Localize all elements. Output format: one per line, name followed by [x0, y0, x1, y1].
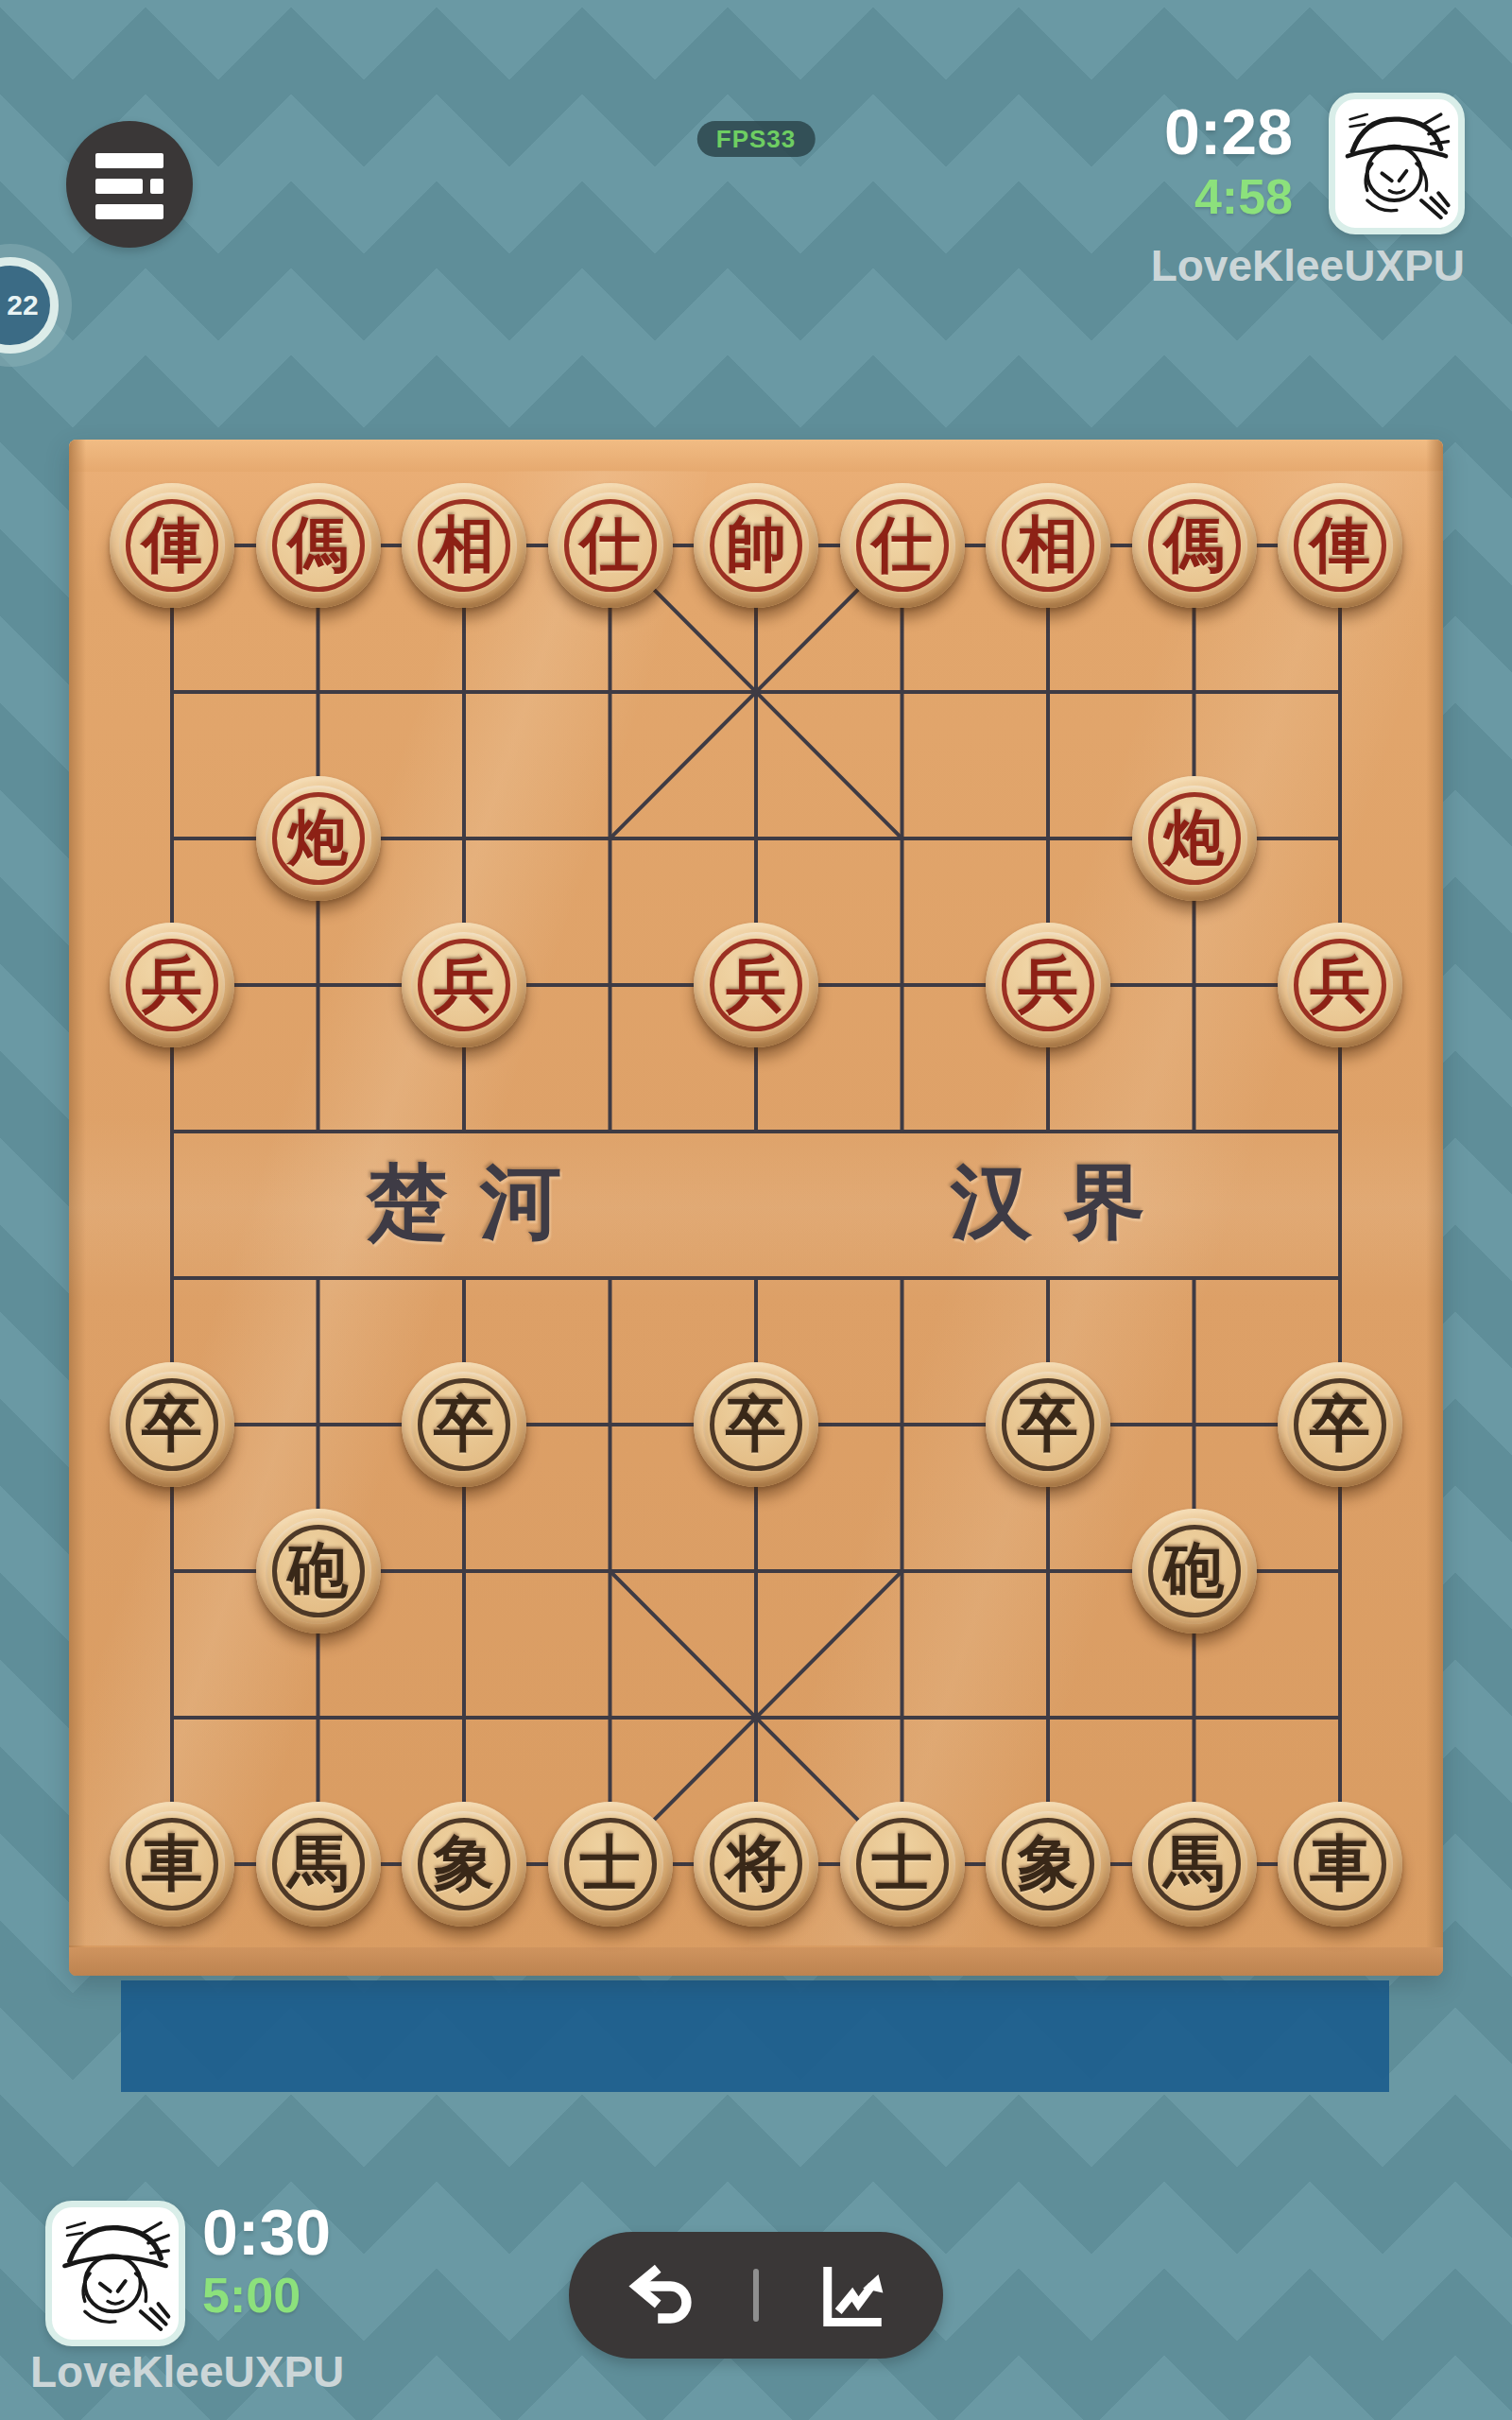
piece-black-r9c5[interactable]: 士 [840, 1802, 965, 1927]
piece-red-r0c5[interactable]: 仕 [840, 483, 965, 608]
pieces-layer: 俥傌相仕帥仕相傌俥炮炮兵兵兵兵兵卒卒卒卒卒砲砲車馬象士将士象馬車 [69, 440, 1443, 1976]
piece-red-r3c0[interactable]: 兵 [110, 923, 234, 1047]
piece-black-r7c7[interactable]: 砲 [1132, 1509, 1257, 1633]
opponent-time-total: 4:58 [1194, 168, 1293, 225]
piece-red-r3c6[interactable]: 兵 [986, 923, 1110, 1047]
piece-red-r3c4[interactable]: 兵 [694, 923, 818, 1047]
xiangqi-board[interactable]: 楚河 汉界 俥傌相仕帥仕相傌俥炮炮兵兵兵兵兵卒卒卒卒卒砲砲車馬象士将士象馬車 [69, 440, 1443, 1976]
analysis-zigzag-icon [816, 2262, 886, 2328]
piece-black-r9c7[interactable]: 馬 [1132, 1802, 1257, 1927]
fps-indicator: FPS33 [697, 121, 816, 157]
piece-red-r0c1[interactable]: 傌 [256, 483, 381, 608]
bottom-controls [569, 2232, 943, 2359]
piece-red-r0c0[interactable]: 俥 [110, 483, 234, 608]
piece-black-r9c0[interactable]: 車 [110, 1802, 234, 1927]
piece-red-r0c3[interactable]: 仕 [548, 483, 673, 608]
player-time-total: 5:00 [202, 2267, 301, 2324]
opponent-username: LoveKleeUXPU [898, 240, 1465, 291]
piece-black-r6c4[interactable]: 卒 [694, 1362, 818, 1487]
piece-red-r2c1[interactable]: 炮 [256, 776, 381, 901]
piece-red-r0c6[interactable]: 相 [986, 483, 1110, 608]
piece-red-r0c8[interactable]: 俥 [1278, 483, 1402, 608]
opponent-time-current: 0:28 [1164, 95, 1293, 168]
menu-button[interactable] [66, 121, 193, 248]
player-time-current: 0:30 [202, 2195, 331, 2269]
piece-black-r9c4[interactable]: 将 [694, 1802, 818, 1927]
piece-black-r6c8[interactable]: 卒 [1278, 1362, 1402, 1487]
piece-black-r6c6[interactable]: 卒 [986, 1362, 1110, 1487]
turn-count-badge: 22 [0, 257, 59, 354]
piece-black-r6c2[interactable]: 卒 [402, 1362, 526, 1487]
piece-black-r7c1[interactable]: 砲 [256, 1509, 381, 1633]
fps-value: FPS33 [716, 125, 797, 154]
piece-red-r3c2[interactable]: 兵 [402, 923, 526, 1047]
analysis-button[interactable] [790, 2243, 913, 2347]
board-shadow [121, 1980, 1389, 2092]
hamburger-icon [95, 153, 163, 168]
piece-red-r0c2[interactable]: 相 [402, 483, 526, 608]
piece-black-r9c8[interactable]: 車 [1278, 1802, 1402, 1927]
game-screen: 22 FPS33 0:28 4:58 [0, 0, 1512, 2420]
piece-red-r0c7[interactable]: 傌 [1132, 483, 1257, 608]
piece-red-r2c7[interactable]: 炮 [1132, 776, 1257, 901]
player-username: LoveKleeUXPU [30, 2346, 692, 2397]
opponent-avatar [1329, 93, 1465, 234]
piece-red-r0c4[interactable]: 帥 [694, 483, 818, 608]
undo-icon [627, 2263, 696, 2327]
piece-black-r9c2[interactable]: 象 [402, 1802, 526, 1927]
piece-black-r9c3[interactable]: 士 [548, 1802, 673, 1927]
piece-black-r9c1[interactable]: 馬 [256, 1802, 381, 1927]
piece-black-r9c6[interactable]: 象 [986, 1802, 1110, 1927]
undo-button[interactable] [600, 2243, 723, 2347]
controls-divider [753, 2269, 759, 2322]
piece-red-r3c8[interactable]: 兵 [1278, 923, 1402, 1047]
piece-black-r6c0[interactable]: 卒 [110, 1362, 234, 1487]
player-avatar [45, 2201, 185, 2346]
turn-count-value: 22 [7, 289, 38, 321]
